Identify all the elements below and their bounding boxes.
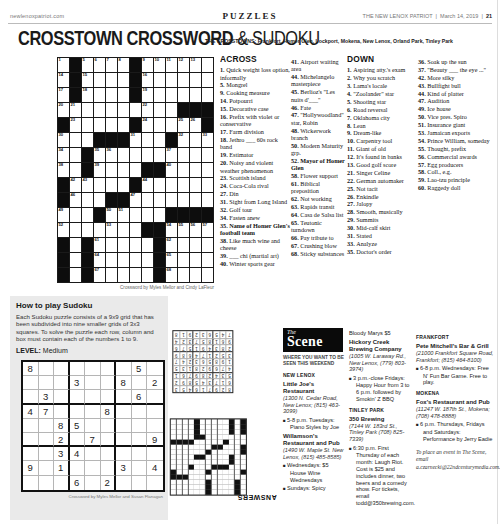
sudoku-answer-cell: 1 <box>219 379 226 386</box>
sudoku-answer-cell: 6 <box>206 331 213 338</box>
sudoku-cell <box>101 419 117 433</box>
sudoku-cell <box>85 405 101 419</box>
sudoku-answer-cell: 9 <box>206 365 213 372</box>
crossword-cell <box>206 445 211 450</box>
crossword-black-cell <box>118 133 129 147</box>
clue-30: 30. Mid-calf skirt <box>347 224 413 231</box>
crossword-cell <box>194 490 199 495</box>
sudoku-answer-cell: 7 <box>180 345 187 352</box>
crossword-black-cell <box>183 440 188 445</box>
crossword-cell <box>70 268 81 282</box>
crossword-cell <box>130 148 141 162</box>
crossword-cell-number: 18 <box>83 88 88 93</box>
sudoku-cell: 9 <box>147 433 163 447</box>
crossword-cell <box>82 193 93 207</box>
crossword-black-cell <box>58 238 69 252</box>
crossword-black-cell <box>154 253 165 267</box>
crossword-cell <box>178 268 189 282</box>
clue-26: 26. Enkindle <box>347 193 413 200</box>
crossword-cell <box>223 475 228 480</box>
crossword-cell-number: 61 <box>95 238 100 243</box>
crossword-black-cell <box>130 118 141 132</box>
clue-6: 6. Road reversal <box>347 106 413 113</box>
crossword-cell: 44 <box>142 178 153 192</box>
clue-1: 1. Aspiring atty.'s exam <box>347 66 413 73</box>
crossword-cell-number: 65 <box>167 253 172 258</box>
crossword-cell: 21 <box>70 103 81 117</box>
crossword-cell: 53 <box>106 223 117 237</box>
crossword-cell <box>166 88 177 102</box>
crossword-black-cell <box>166 133 177 147</box>
crossword-cell <box>217 430 222 435</box>
crossword-cell <box>183 425 188 430</box>
crossword-cell-number: 50 <box>107 208 112 213</box>
crossword-cell <box>171 430 176 435</box>
crossword-cell: 17 <box>58 88 69 102</box>
crossword-cell <box>106 163 117 177</box>
crossword-cell <box>200 460 205 465</box>
crossword-cell <box>223 455 228 460</box>
crossword-cell <box>190 148 201 162</box>
sudoku-cell: 3 <box>70 376 86 390</box>
crossword-cell <box>82 223 93 237</box>
crossword-cell <box>178 148 189 162</box>
clue-62: 62. Not working <box>291 195 346 202</box>
sudoku-cell <box>147 419 163 433</box>
clue-54: 54. Prince William, someday <box>418 137 494 144</box>
crossword-cell <box>166 118 177 132</box>
scene-event-item: ■ Sundays: Spicy <box>283 485 345 493</box>
crossword-cell-number: 46 <box>71 193 76 198</box>
sudoku-answer-cell: 2 <box>199 365 206 372</box>
crossword-cell <box>188 455 193 460</box>
sudoku-answer-cell: 3 <box>213 345 220 352</box>
crossword-cell-number: 35 <box>95 148 100 153</box>
crossword-black-cell <box>206 485 211 490</box>
crossword-cell: 11 <box>166 58 177 72</box>
sudoku-answer-cell: 5 <box>193 379 200 386</box>
crossword-cell <box>94 178 105 192</box>
crossword-cell <box>212 440 217 445</box>
crossword-cell <box>154 193 165 207</box>
crossword-black-cell <box>202 103 213 117</box>
crossword-cell <box>154 178 165 192</box>
crossword-cell <box>190 73 201 87</box>
clue-28: 28. Smooth, musically <box>347 208 413 215</box>
crossword-cell-number: 25 <box>179 118 184 123</box>
crossword-black-cell <box>58 178 69 192</box>
sudoku-cell <box>39 461 55 475</box>
clue-25: 25. Not tacit <box>347 185 413 192</box>
crossword-cell: 26 <box>190 118 201 132</box>
crossword-cell <box>235 430 240 435</box>
scene-venue-name: Fox's Restaurant and Pub <box>416 399 494 406</box>
crossword-black-cell <box>217 465 222 470</box>
scene-venue-name: Little Joe's Restaurant <box>283 381 345 395</box>
crossword-cell <box>223 490 228 495</box>
sudoku-answer-cell: 3 <box>193 358 200 365</box>
crossword-cell <box>200 430 205 435</box>
crossword-cell <box>118 148 129 162</box>
crossword-cell <box>200 450 205 455</box>
crossword-cell: 18 <box>82 88 93 102</box>
sudoku-answer-cell: 1 <box>173 372 180 379</box>
crossword-cell-number: 68 <box>167 268 172 273</box>
clue-1: 1. Quick weight loss option, informally <box>220 66 290 81</box>
sudoku-cell <box>39 362 55 376</box>
crossword-cell <box>106 88 117 102</box>
sudoku-cell: 5 <box>70 419 86 433</box>
sudoku-answer-cell: 9 <box>226 338 233 345</box>
crossword-cell <box>178 253 189 267</box>
sudoku-answer-cell: 2 <box>193 331 200 338</box>
across-clues-col2: 41. Airport waiting area44. Michelangelo… <box>291 58 346 258</box>
crossword-cell <box>188 425 193 430</box>
crossword-cell <box>202 238 213 252</box>
crossword-cell <box>178 163 189 177</box>
scene-listings-col2: Bloody Marys $5Hickory Creek Brewing Com… <box>349 330 412 508</box>
sudoku-answer-cell: 1 <box>213 338 220 345</box>
crossword-cell <box>118 118 129 132</box>
crossword-cell <box>188 420 193 425</box>
crossword-black-cell <box>241 425 246 430</box>
crossword-black-cell <box>188 440 193 445</box>
sudoku-answer-cell: 3 <box>219 372 226 379</box>
crossword-cell-number: 44 <box>143 178 148 183</box>
crossword-black-cell <box>106 133 117 147</box>
scene-listings-col1: NEW LENOXLittle Joe's Restaurant(1300 N.… <box>283 368 345 495</box>
crossword-cell <box>229 445 234 450</box>
crossword-cell <box>188 480 193 485</box>
crossword-cell <box>217 455 222 460</box>
clue-11: 11. Giant of old <box>347 145 413 152</box>
crossword-black-cell <box>241 420 246 425</box>
crossword-cell <box>183 485 188 490</box>
crossword-black-cell <box>118 193 129 207</box>
crossword-cell <box>217 435 222 440</box>
crossword-cell <box>200 480 205 485</box>
crossword-cell <box>235 445 240 450</box>
crossword-cell <box>188 485 193 490</box>
sudoku-cell <box>132 419 148 433</box>
crossword-cell <box>223 450 228 455</box>
clue-64: 64. Casa de Salsa list <box>291 211 346 218</box>
crossword-cell <box>177 470 182 475</box>
sudoku-answer-cell: 2 <box>173 379 180 386</box>
crossword-cell-number: 16 <box>143 73 148 78</box>
sudoku-cell <box>23 447 39 461</box>
crossword-cell: 57 <box>202 223 213 237</box>
sudoku-cell <box>101 433 117 447</box>
clue-29: 29. Summits <box>347 216 413 223</box>
sudoku-answer-cell: 8 <box>186 379 193 386</box>
crossword-black-cell <box>130 88 141 102</box>
crossword-cell <box>217 440 222 445</box>
title-tagline: THE CROSSTOWNS: Frankfort, Homer Glen, L… <box>205 38 465 44</box>
down-clues-col1: DOWN 1. Aspiring atty.'s exam2. Why you … <box>347 55 413 256</box>
sudoku-answer-cell: 5 <box>226 372 233 379</box>
clue-5: 5. Shooting star <box>347 98 413 105</box>
crossword-black-cell <box>190 208 201 222</box>
clue-51: 51. Insurance giant <box>418 121 494 128</box>
crossword-cell: 42 <box>70 178 81 192</box>
crossword-black-cell <box>188 465 193 470</box>
sudoku-cell: 4 <box>147 461 163 475</box>
clue-12: 12. It's found in banks <box>347 153 413 160</box>
crossword-cell-number: 7 <box>107 58 109 63</box>
crossword-cell <box>235 435 240 440</box>
crossword-cell <box>235 440 240 445</box>
crossword-cell-number: 33 <box>203 133 208 138</box>
masthead-rule <box>8 23 492 24</box>
sudoku-answer-cell: 4 <box>173 338 180 345</box>
crossword-cell <box>154 73 165 87</box>
sudoku-answer-cell: 4 <box>199 379 206 386</box>
sudoku-cell <box>132 461 148 475</box>
sudoku-cell <box>116 447 132 461</box>
sudoku-answer-cell: 8 <box>193 365 200 372</box>
crossword-black-cell <box>229 425 234 430</box>
crossword-cell <box>206 430 211 435</box>
crossword-black-cell <box>241 445 246 450</box>
crossword-cell <box>202 88 213 102</box>
crossword-cell <box>212 435 217 440</box>
bullet-square-icon: ■ <box>416 366 420 371</box>
crossword-black-cell <box>235 480 240 485</box>
crossword-black-cell <box>82 268 93 282</box>
crossword-cell <box>212 430 217 435</box>
crossword-cell <box>142 253 153 267</box>
sudoku-answer-cell: 1 <box>193 345 200 352</box>
clue-35: 35. Name of Homer Glen's football team <box>220 222 290 237</box>
crossword-cell <box>206 435 211 440</box>
crossword-cell <box>70 223 81 237</box>
crossword-black-cell <box>206 470 211 475</box>
crossword-cell <box>190 268 201 282</box>
crossword-cell-number: 34 <box>59 148 64 153</box>
crossword-cell: 55 <box>178 223 189 237</box>
sudoku-answer-cell: 8 <box>180 351 187 358</box>
sudoku-answer-cell: 7 <box>173 358 180 365</box>
clue-46: 46. Fate <box>291 104 346 111</box>
crossword-cell: 34 <box>58 148 69 162</box>
crossword-black-cell <box>229 460 234 465</box>
crossword-cell: 30 <box>58 133 69 147</box>
crossword-black-cell <box>194 430 199 435</box>
page-edge-line <box>497 0 498 524</box>
crossword-cell <box>206 455 211 460</box>
sudoku-answer-cell: 8 <box>213 358 220 365</box>
crossword-black-cell <box>194 435 199 440</box>
crossword-cell <box>194 485 199 490</box>
crossword-cell <box>217 480 222 485</box>
clue-49: 49. Ice house <box>418 105 494 112</box>
crossword-black-cell <box>58 253 69 267</box>
crossword-black-cell <box>94 208 105 222</box>
crossword-cell: 14 <box>58 73 69 87</box>
clue-13: 13. Good golf score <box>347 161 413 168</box>
sudoku-cell: 3 <box>116 461 132 475</box>
crossword-cell <box>194 465 199 470</box>
crossword-cell <box>241 440 246 445</box>
sudoku-answer-cell: 4 <box>180 358 187 365</box>
clue-34: 34. Fasten anew <box>220 214 290 221</box>
crossword-cell: 9 <box>142 58 153 72</box>
crossword-cell: 5 <box>82 58 93 72</box>
crossword-cell <box>106 178 117 192</box>
sudoku-answer-cell: 5 <box>199 338 206 345</box>
crossword-cell <box>177 480 182 485</box>
crossword-cell: 62 <box>166 238 177 252</box>
crossword-black-cell <box>241 450 246 455</box>
crossword-cell: 15 <box>82 73 93 87</box>
title-main: CROSSTOWN CROSSWORD <box>18 27 233 49</box>
crossword-cell <box>190 88 201 102</box>
sudoku-cell: 3 <box>39 390 55 404</box>
crossword-cell: 64 <box>94 253 105 267</box>
crossword-cell <box>118 73 129 87</box>
scene-venue-address: (1300 N. Cedar Road, New Lenox; (815) 46… <box>283 395 345 415</box>
crossword-black-cell <box>241 470 246 475</box>
sudoku-answer-cell: 8 <box>199 372 206 379</box>
crossword-cell <box>177 435 182 440</box>
down-clues-col2: 36. Soak up the sun37. "Beauty ___ the e… <box>418 58 494 192</box>
crossword-cell-number: 8 <box>119 58 121 63</box>
crossword-cell <box>229 435 234 440</box>
crossword-black-cell <box>202 118 213 132</box>
crossword-cell <box>190 178 201 192</box>
crossword-cell <box>70 208 81 222</box>
crossword-cell <box>142 133 153 147</box>
crossword-black-cell <box>70 58 81 72</box>
crossword-cell-number: 37 <box>167 148 172 153</box>
masthead-page-number: 21 <box>486 13 492 19</box>
crossword-cell: 38 <box>58 163 69 177</box>
sudoku-answer-cell: 6 <box>199 358 206 365</box>
crossword-black-cell <box>142 223 153 237</box>
scene-submit-note: To place an event in The Scene, email a.… <box>416 449 494 472</box>
clue-45: 45. Berlioz's "Les nuits d'___" <box>291 88 346 103</box>
clue-22: 22. German automaker <box>347 177 413 184</box>
sudoku-cell: 6 <box>70 476 86 490</box>
crossword-cell <box>200 465 205 470</box>
crossword-cell <box>118 253 129 267</box>
crossword-cell: 7 <box>106 58 117 72</box>
crossword-cell-number: 40 <box>167 163 172 168</box>
crossword-cell <box>202 73 213 87</box>
crossword-cell <box>241 485 246 490</box>
crossword-cell: 12 <box>178 58 189 72</box>
crossword-cell: 49 <box>58 208 69 222</box>
clue-60: 60. Raggedy doll <box>418 184 494 191</box>
crossword-cell <box>130 103 141 117</box>
scene-area-header: FRANKFORT <box>416 334 494 341</box>
crossword-cell-number: 22 <box>143 103 148 108</box>
crossword-cell-number: 56 <box>191 223 196 228</box>
crossword-cell <box>106 103 117 117</box>
crossword-cell <box>212 450 217 455</box>
sudoku-answer-cell: 6 <box>226 379 233 386</box>
sudoku-answer-cell: 4 <box>206 345 213 352</box>
crossword-cell <box>229 440 234 445</box>
sudoku-cell <box>147 476 163 490</box>
crossword-cell <box>223 420 228 425</box>
crossword-cell <box>190 193 201 207</box>
scene-continued-text: Bloody Marys $5 <box>349 330 412 337</box>
sudoku-answer-cell: 1 <box>186 365 193 372</box>
clue-4: 4. "Zoolander" star <box>347 90 413 97</box>
sudoku-answer-cell: 5 <box>219 351 226 358</box>
crossword-cell <box>183 460 188 465</box>
crossword-cell <box>241 435 246 440</box>
crossword-black-cell <box>235 485 240 490</box>
sudoku-cell <box>54 362 70 376</box>
crossword-cell <box>194 475 199 480</box>
crossword-cell-number: 53 <box>107 223 112 228</box>
crossword-cell <box>194 480 199 485</box>
sudoku-level: LEVEL: Medium <box>16 347 68 354</box>
scene-venue-address: (21000 Frankfort Square Road, Frankfort;… <box>416 350 494 364</box>
crossword-cell <box>229 465 234 470</box>
crossword-black-cell <box>241 430 246 435</box>
crossword-black-cell <box>94 133 105 147</box>
crossword-cell <box>200 440 205 445</box>
clue-50: 50. Vice pres. Spiro <box>418 113 494 120</box>
clue-38: 38. Like much wine and cheese <box>220 237 290 252</box>
sudoku-answer-cell: 7 <box>219 365 226 372</box>
crossword-cell-number: 43 <box>83 178 88 183</box>
crossword-black-cell <box>166 208 177 222</box>
sudoku-answer-cell: 2 <box>219 385 226 392</box>
clue-65: 65. Teutonic turndown <box>291 219 346 234</box>
answers-label: ANSWERS <box>234 494 280 501</box>
sudoku-cell: 7 <box>85 433 101 447</box>
sudoku-cell <box>132 447 148 461</box>
clue-44: 44. Michelangelo masterpiece <box>291 73 346 88</box>
clue-9: 9. Dream-like <box>347 129 413 136</box>
sudoku-answer-cell: 8 <box>226 385 233 392</box>
crossword-cell <box>190 238 201 252</box>
scene-venue-name: Hickory Creek Brewing Company <box>349 339 412 353</box>
crossword-cell <box>223 425 228 430</box>
sudoku-cell: 4 <box>70 447 86 461</box>
crossword-cell: 25 <box>178 118 189 132</box>
crossword-cell <box>223 460 228 465</box>
sudoku-answer-cell: 9 <box>199 345 206 352</box>
crossword-cell <box>206 420 211 425</box>
scene-venue-name: Pete Mitchell's Bar & Grill <box>416 343 494 350</box>
sudoku-cell <box>132 433 148 447</box>
sudoku-cell <box>147 405 163 419</box>
crossword-cell <box>235 460 240 465</box>
sudoku-answer-cell: 2 <box>206 372 213 379</box>
crossword-black-cell <box>212 465 217 470</box>
crossword-cell <box>217 475 222 480</box>
sudoku-cell <box>54 476 70 490</box>
crossword-cell: 13 <box>190 58 201 72</box>
crossword-cell <box>206 465 211 470</box>
crossword-cell-number: 38 <box>59 163 64 168</box>
clue-18: 18. Jethro ___ 60s rock band <box>220 136 290 151</box>
sudoku-answer-cell: 1 <box>180 331 187 338</box>
sudoku-cell <box>70 405 86 419</box>
crossword-black-cell <box>130 73 141 87</box>
sudoku-answer-cell: 9 <box>173 351 180 358</box>
crossword-cell <box>154 148 165 162</box>
crossword-cell <box>223 430 228 435</box>
crossword-cell <box>217 425 222 430</box>
crossword-cell <box>130 253 141 267</box>
